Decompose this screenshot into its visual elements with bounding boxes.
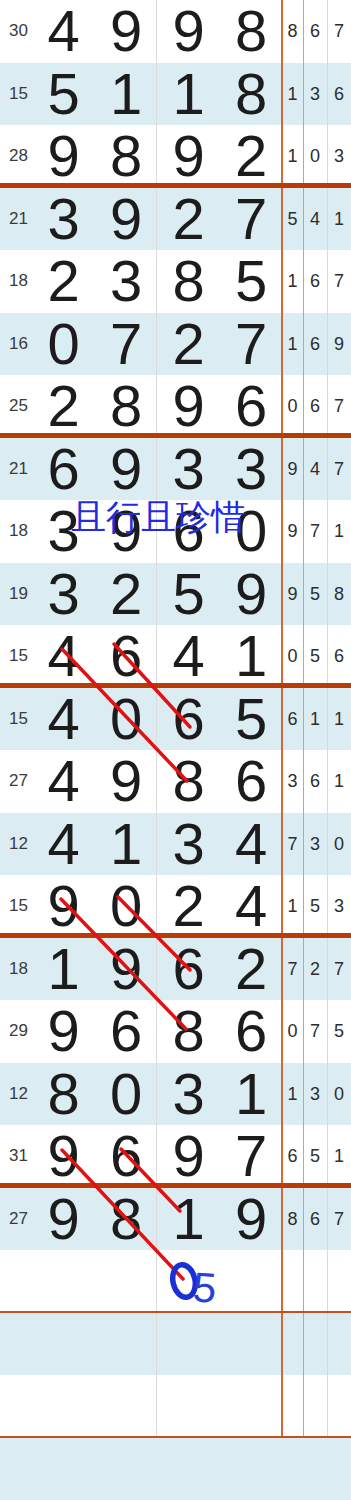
side-digit-cell: 0 [282,375,303,438]
row-index-label: 31 [0,1146,32,1166]
grid-row: 159024153 [0,875,351,938]
main-digit-cell: 9 [32,875,95,938]
vline-orange-divider [281,0,283,1437]
main-digit-cell: 6 [95,625,158,688]
grid-row: 299686075 [0,1000,351,1063]
main-digit-cell: 1 [157,1188,220,1251]
main-digit-cell: 4 [157,625,220,688]
main-digit-cell: 2 [95,563,158,626]
separator-thick [0,1183,351,1188]
side-digit-cell: 1 [327,750,351,813]
row-index-label: 19 [0,584,32,604]
row-index-label: 27 [0,1209,32,1229]
row-index-label: 12 [0,834,32,854]
grid-row: 124134730 [0,813,351,876]
side-digit-cell: 3 [327,875,351,938]
side-digit-cell: 9 [282,563,303,626]
separator-thin [0,1436,351,1438]
main-digit-cell: 9 [95,0,158,63]
main-digit-cell: 3 [32,188,95,251]
side-digit-cell: 5 [327,1000,351,1063]
grid-row [0,1438,351,1500]
grid-row [0,1250,351,1313]
side-digit-cell: 1 [327,500,351,563]
side-digit-cell: 1 [327,1125,351,1188]
row-index-label: 18 [0,959,32,979]
main-digit-cell: 2 [220,938,283,1001]
main-digit-cell: 3 [220,438,283,501]
main-digit-cell: 8 [95,125,158,188]
grid-row: 213927541 [0,188,351,251]
row-index-label: 12 [0,1084,32,1104]
side-digit-cell: 0 [282,1000,303,1063]
main-digit-cell: 8 [220,0,283,63]
main-digit-cell: 8 [32,1063,95,1126]
separator-thick [0,683,351,688]
grid-row: 181962727 [0,938,351,1001]
main-digit-cell: 1 [157,63,220,126]
side-digit-cell: 7 [327,1188,351,1251]
side-digit-cell: 6 [303,313,327,376]
main-digit-cell: 2 [157,188,220,251]
main-digit-cell: 7 [220,188,283,251]
separator-thin [0,1311,351,1313]
side-digit-cell: 8 [282,1188,303,1251]
main-digit-cell: 9 [220,1188,283,1251]
side-digit-cell: 7 [327,375,351,438]
main-digit-cell: 6 [95,1000,158,1063]
main-digit-cell: 2 [157,313,220,376]
main-digit-cell: 5 [220,250,283,313]
main-digit-cell: 9 [157,0,220,63]
main-digit-cell: 9 [157,1125,220,1188]
grid-row: 154065611 [0,688,351,751]
side-digit-cell: 6 [303,375,327,438]
main-digit-cell: 0 [95,688,158,751]
side-digit-cell: 1 [282,313,303,376]
main-digit-cell: 4 [220,813,283,876]
side-digit-cell: 1 [282,1063,303,1126]
main-digit-cell: 7 [220,313,283,376]
main-digit-cell: 6 [32,438,95,501]
grid-row: 252896067 [0,375,351,438]
side-digit-cell: 6 [303,1188,327,1251]
grid-row: 128031130 [0,1063,351,1126]
main-digit-cell: 9 [95,750,158,813]
side-digit-cell: 1 [282,63,303,126]
grid-rows: 3049988671551181362898921032139275411823… [0,0,351,1500]
main-digit-cell: 1 [220,1063,283,1126]
side-digit-cell: 3 [327,125,351,188]
main-digit-cell: 3 [157,1063,220,1126]
side-digit-cell: 5 [282,188,303,251]
main-digit-cell: 4 [32,750,95,813]
side-digit-cell: 6 [303,250,327,313]
main-digit-cell: 9 [220,563,283,626]
row-index-label: 21 [0,459,32,479]
separator-thick [0,433,351,438]
side-digit-cell: 8 [282,0,303,63]
side-digit-cell: 7 [327,0,351,63]
main-digit-cell: 9 [157,375,220,438]
main-digit-cell: 3 [157,438,220,501]
main-digit-cell: 1 [95,63,158,126]
grid-row: 160727169 [0,313,351,376]
side-digit-cell: 1 [282,250,303,313]
side-digit-cell: 5 [303,563,327,626]
side-digit-cell: 5 [303,1125,327,1188]
main-digit-cell: 5 [32,63,95,126]
side-digit-cell: 0 [327,1063,351,1126]
trend-chart: 3049988671551181362898921032139275411823… [0,0,351,1500]
side-digit-cell: 3 [303,1063,327,1126]
row-index-label: 15 [0,646,32,666]
grid-row: 304998867 [0,0,351,63]
main-digit-cell: 9 [32,125,95,188]
side-digit-cell: 7 [303,500,327,563]
separator-thick [0,933,351,938]
vline-side-col-1 [303,0,304,1437]
vline-main-divider [156,0,157,1437]
side-digit-cell: 1 [303,688,327,751]
side-digit-cell: 3 [303,813,327,876]
side-digit-cell: 7 [282,938,303,1001]
row-index-label: 28 [0,146,32,166]
main-digit-cell: 4 [32,688,95,751]
side-digit-cell: 9 [327,313,351,376]
main-digit-cell: 0 [95,1063,158,1126]
side-digit-cell: 3 [282,750,303,813]
main-digit-cell: 2 [157,875,220,938]
main-digit-cell: 6 [95,1125,158,1188]
main-digit-cell: 6 [220,375,283,438]
main-digit-cell: 9 [32,1125,95,1188]
grid-row [0,1375,351,1438]
main-digit-cell: 9 [95,188,158,251]
grid-row: 193259958 [0,563,351,626]
hand-note-5: 5 [191,1263,218,1313]
row-index-label: 29 [0,1021,32,1041]
main-digit-cell: 8 [157,250,220,313]
main-digit-cell: 8 [157,750,220,813]
main-digit-cell: 0 [32,313,95,376]
row-index-label: 21 [0,209,32,229]
grid-row: 216933947 [0,438,351,501]
main-digit-cell: 1 [32,938,95,1001]
main-digit-cell: 5 [220,688,283,751]
main-digit-cell: 1 [95,813,158,876]
main-digit-cell: 3 [95,250,158,313]
side-digit-cell: 0 [327,813,351,876]
main-digit-cell: 9 [157,125,220,188]
side-digit-cell: 6 [327,625,351,688]
side-digit-cell: 8 [327,563,351,626]
side-digit-cell: 9 [282,500,303,563]
main-digit-cell: 9 [95,938,158,1001]
main-digit-cell: 7 [95,313,158,376]
side-digit-cell: 4 [303,438,327,501]
side-digit-cell: 0 [303,125,327,188]
side-digit-cell: 1 [327,688,351,751]
main-digit-cell: 4 [32,813,95,876]
grid-row: 279819867 [0,1188,351,1251]
main-digit-cell: 9 [32,1188,95,1251]
side-digit-cell: 0 [282,625,303,688]
main-digit-cell: 4 [32,625,95,688]
grid-row: 155118136 [0,63,351,126]
side-digit-cell: 9 [282,438,303,501]
grid-row: 154641056 [0,625,351,688]
main-digit-cell: 2 [32,375,95,438]
main-digit-cell: 0 [95,875,158,938]
row-index-label: 16 [0,334,32,354]
main-digit-cell: 8 [95,1188,158,1251]
main-digit-cell: 6 [220,1000,283,1063]
side-digit-cell: 7 [327,438,351,501]
side-digit-cell: 6 [282,688,303,751]
main-digit-cell: 9 [32,1000,95,1063]
main-digit-cell: 8 [157,1000,220,1063]
side-digit-cell: 7 [327,938,351,1001]
side-digit-cell: 7 [327,250,351,313]
side-digit-cell: 6 [303,750,327,813]
main-digit-cell: 8 [95,375,158,438]
row-index-label: 18 [0,271,32,291]
row-index-label: 15 [0,896,32,916]
side-digit-cell: 6 [327,63,351,126]
grid-row: 319697651 [0,1125,351,1188]
main-digit-cell: 6 [157,938,220,1001]
main-digit-cell: 4 [32,0,95,63]
banner-text: 且行且珍惜 [71,494,246,541]
grid-row: 289892103 [0,125,351,188]
main-digit-cell: 8 [220,63,283,126]
side-digit-cell: 1 [282,875,303,938]
main-digit-cell: 3 [157,813,220,876]
side-digit-cell: 6 [282,1125,303,1188]
side-digit-cell: 7 [282,813,303,876]
row-index-label: 27 [0,771,32,791]
row-index-label: 18 [0,521,32,541]
side-digit-cell: 1 [282,125,303,188]
side-digit-cell: 4 [303,188,327,251]
main-digit-cell: 2 [32,250,95,313]
row-index-label: 15 [0,709,32,729]
side-digit-cell: 5 [303,875,327,938]
main-digit-cell: 2 [220,125,283,188]
side-digit-cell: 1 [327,188,351,251]
side-digit-cell: 5 [303,625,327,688]
vline-side-col-2 [327,0,328,1437]
grid-row: 182385167 [0,250,351,313]
side-digit-cell: 7 [303,1000,327,1063]
main-digit-cell: 7 [220,1125,283,1188]
row-index-label: 30 [0,21,32,41]
grid-row [0,1313,351,1376]
main-digit-cell: 4 [220,875,283,938]
main-digit-cell: 1 [220,625,283,688]
main-digit-cell: 9 [95,438,158,501]
main-digit-cell: 5 [157,563,220,626]
side-digit-cell: 3 [303,63,327,126]
side-digit-cell: 2 [303,938,327,1001]
separator-thick [0,183,351,188]
main-digit-cell: 3 [32,563,95,626]
side-digit-cell: 6 [303,0,327,63]
main-digit-cell: 6 [157,688,220,751]
row-index-label: 15 [0,84,32,104]
main-digit-cell: 6 [220,750,283,813]
grid-row: 274986361 [0,750,351,813]
row-index-label: 25 [0,396,32,416]
